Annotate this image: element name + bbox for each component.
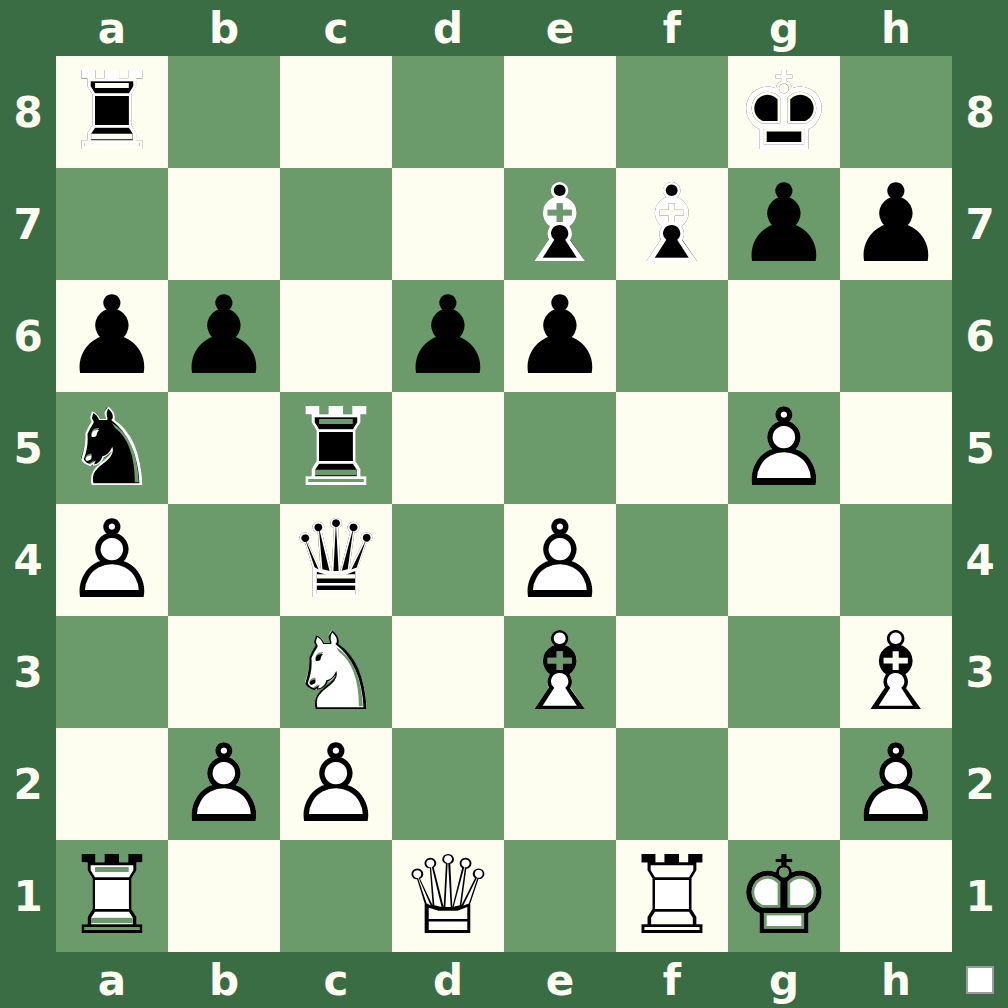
square-a7[interactable]: [56, 168, 168, 280]
file-label-h: h: [840, 0, 952, 56]
piece-glyph: ♗: [504, 168, 616, 280]
square-b2[interactable]: ♟♙: [168, 728, 280, 840]
rank-label-6: 6: [0, 280, 56, 392]
piece-glyph: ♟: [728, 168, 840, 280]
chess-board-frame: abcdefgh abcdefgh 87654321 87654321 ♜♖♚♔…: [0, 0, 1008, 1008]
white-pawn-e4[interactable]: ♟♙: [504, 504, 616, 616]
square-c4[interactable]: ♛♕: [280, 504, 392, 616]
black-rook-a8[interactable]: ♜♖: [56, 56, 168, 168]
square-e2[interactable]: [504, 728, 616, 840]
black-pawn-h7[interactable]: ♟: [840, 168, 952, 280]
black-pawn-d6[interactable]: ♟: [392, 280, 504, 392]
square-e5[interactable]: [504, 392, 616, 504]
rank-label-2: 2: [952, 728, 1008, 840]
square-e1[interactable]: [504, 840, 616, 952]
piece-glyph: ♟: [168, 280, 280, 392]
file-labels-top: abcdefgh: [56, 0, 952, 56]
piece-glyph: ♗: [504, 616, 616, 728]
square-d7[interactable]: [392, 168, 504, 280]
square-g7[interactable]: ♟: [728, 168, 840, 280]
white-rook-f1[interactable]: ♜♖: [616, 840, 728, 952]
piece-glyph: ♟: [56, 280, 168, 392]
rank-label-1: 1: [952, 840, 1008, 952]
square-b8[interactable]: [168, 56, 280, 168]
rank-labels-right: 87654321: [952, 56, 1008, 952]
piece-glyph: ♖: [280, 392, 392, 504]
square-c6[interactable]: [280, 280, 392, 392]
square-e6[interactable]: ♟: [504, 280, 616, 392]
square-h5[interactable]: [840, 392, 952, 504]
file-labels-bottom: abcdefgh: [56, 952, 952, 1008]
square-a3[interactable]: [56, 616, 168, 728]
rank-labels-left: 87654321: [0, 56, 56, 952]
rank-label-4: 4: [0, 504, 56, 616]
square-g2[interactable]: [728, 728, 840, 840]
rank-label-2: 2: [0, 728, 56, 840]
black-pawn-e6[interactable]: ♟: [504, 280, 616, 392]
square-d5[interactable]: [392, 392, 504, 504]
white-knight-c3[interactable]: ♞♘: [280, 616, 392, 728]
rank-label-6: 6: [952, 280, 1008, 392]
file-label-b: b: [168, 0, 280, 56]
white-to-move-indicator: [966, 966, 994, 994]
rank-label-8: 8: [952, 56, 1008, 168]
square-c3[interactable]: ♞♘: [280, 616, 392, 728]
piece-glyph: ♟: [504, 280, 616, 392]
square-h8[interactable]: [840, 56, 952, 168]
rank-label-8: 8: [0, 56, 56, 168]
piece-glyph: ♟: [392, 280, 504, 392]
file-label-d: d: [392, 952, 504, 1008]
square-g4[interactable]: [728, 504, 840, 616]
white-pawn-a4[interactable]: ♟♙: [56, 504, 168, 616]
file-label-f: f: [616, 952, 728, 1008]
black-pawn-g7[interactable]: ♟: [728, 168, 840, 280]
square-c2[interactable]: ♟♙: [280, 728, 392, 840]
piece-glyph: ♖: [616, 840, 728, 952]
white-rook-a1[interactable]: ♜♖: [56, 840, 168, 952]
rank-label-3: 3: [952, 616, 1008, 728]
piece-glyph: ♕: [280, 504, 392, 616]
file-label-b: b: [168, 952, 280, 1008]
square-c5[interactable]: ♜♖: [280, 392, 392, 504]
piece-glyph: ♖: [56, 56, 168, 168]
rank-label-7: 7: [952, 168, 1008, 280]
piece-glyph: ♙: [168, 728, 280, 840]
chess-board: ♜♖♚♔♝♗♝♗♟♟♟♟♟♟♞♘♜♖♟♙♟♙♛♕♟♙♞♘♝♗♝♗♟♙♟♙♟♙♜♖…: [56, 56, 952, 952]
square-b3[interactable]: [168, 616, 280, 728]
square-a2[interactable]: [56, 728, 168, 840]
square-h1[interactable]: [840, 840, 952, 952]
square-c8[interactable]: [280, 56, 392, 168]
black-knight-a5[interactable]: ♞♘: [56, 392, 168, 504]
white-pawn-b2[interactable]: ♟♙: [168, 728, 280, 840]
square-a4[interactable]: ♟♙: [56, 504, 168, 616]
file-label-c: c: [280, 952, 392, 1008]
square-d1[interactable]: ♛♕: [392, 840, 504, 952]
piece-glyph: ♙: [56, 504, 168, 616]
square-g1[interactable]: ♚♔: [728, 840, 840, 952]
square-g8[interactable]: ♚♔: [728, 56, 840, 168]
square-b7[interactable]: [168, 168, 280, 280]
file-label-h: h: [840, 952, 952, 1008]
rank-label-5: 5: [952, 392, 1008, 504]
square-f2[interactable]: [616, 728, 728, 840]
piece-glyph: ♙: [840, 728, 952, 840]
white-pawn-c2[interactable]: ♟♙: [280, 728, 392, 840]
square-b6[interactable]: ♟: [168, 280, 280, 392]
black-rook-c5[interactable]: ♜♖: [280, 392, 392, 504]
piece-glyph: ♟: [840, 168, 952, 280]
square-d6[interactable]: ♟: [392, 280, 504, 392]
square-d2[interactable]: [392, 728, 504, 840]
square-g5[interactable]: ♟♙: [728, 392, 840, 504]
square-b4[interactable]: [168, 504, 280, 616]
rank-label-1: 1: [0, 840, 56, 952]
file-label-e: e: [504, 0, 616, 56]
file-label-g: g: [728, 952, 840, 1008]
piece-glyph: ♖: [56, 840, 168, 952]
square-b1[interactable]: [168, 840, 280, 952]
rank-label-5: 5: [0, 392, 56, 504]
square-c1[interactable]: [280, 840, 392, 952]
white-king-g1[interactable]: ♚♔: [728, 840, 840, 952]
square-g6[interactable]: [728, 280, 840, 392]
black-bishop-f7[interactable]: ♝♗: [616, 168, 728, 280]
square-f6[interactable]: [616, 280, 728, 392]
black-pawn-b6[interactable]: ♟: [168, 280, 280, 392]
square-a5[interactable]: ♞♘: [56, 392, 168, 504]
piece-glyph: ♔: [728, 56, 840, 168]
white-bishop-e3[interactable]: ♝♗: [504, 616, 616, 728]
piece-glyph: ♗: [616, 168, 728, 280]
square-a6[interactable]: ♟: [56, 280, 168, 392]
white-pawn-g5[interactable]: ♟♙: [728, 392, 840, 504]
square-f4[interactable]: [616, 504, 728, 616]
square-d8[interactable]: [392, 56, 504, 168]
square-h4[interactable]: [840, 504, 952, 616]
square-h7[interactable]: ♟: [840, 168, 952, 280]
square-b5[interactable]: [168, 392, 280, 504]
square-e7[interactable]: ♝♗: [504, 168, 616, 280]
piece-glyph: ♙: [280, 728, 392, 840]
piece-glyph: ♘: [280, 616, 392, 728]
square-e8[interactable]: [504, 56, 616, 168]
white-queen-d1[interactable]: ♛♕: [392, 840, 504, 952]
square-f8[interactable]: [616, 56, 728, 168]
black-pawn-a6[interactable]: ♟: [56, 280, 168, 392]
square-d4[interactable]: [392, 504, 504, 616]
file-label-c: c: [280, 0, 392, 56]
rank-label-3: 3: [0, 616, 56, 728]
piece-glyph: ♘: [56, 392, 168, 504]
square-h3[interactable]: ♝♗: [840, 616, 952, 728]
piece-glyph: ♗: [840, 616, 952, 728]
square-g3[interactable]: [728, 616, 840, 728]
black-king-g8[interactable]: ♚♔: [728, 56, 840, 168]
square-d3[interactable]: [392, 616, 504, 728]
piece-glyph: ♙: [728, 392, 840, 504]
file-label-d: d: [392, 0, 504, 56]
square-a8[interactable]: ♜♖: [56, 56, 168, 168]
rank-label-4: 4: [952, 504, 1008, 616]
square-f3[interactable]: [616, 616, 728, 728]
file-label-a: a: [56, 952, 168, 1008]
square-a1[interactable]: ♜♖: [56, 840, 168, 952]
black-queen-c4[interactable]: ♛♕: [280, 504, 392, 616]
square-h2[interactable]: ♟♙: [840, 728, 952, 840]
file-label-g: g: [728, 0, 840, 56]
square-f1[interactable]: ♜♖: [616, 840, 728, 952]
piece-glyph: ♙: [504, 504, 616, 616]
file-label-e: e: [504, 952, 616, 1008]
square-e4[interactable]: ♟♙: [504, 504, 616, 616]
piece-glyph: ♔: [728, 840, 840, 952]
piece-glyph: ♕: [392, 840, 504, 952]
rank-label-7: 7: [0, 168, 56, 280]
square-c7[interactable]: [280, 168, 392, 280]
white-pawn-h2[interactable]: ♟♙: [840, 728, 952, 840]
file-label-a: a: [56, 0, 168, 56]
square-f7[interactable]: ♝♗: [616, 168, 728, 280]
file-label-f: f: [616, 0, 728, 56]
square-e3[interactable]: ♝♗: [504, 616, 616, 728]
white-bishop-h3[interactable]: ♝♗: [840, 616, 952, 728]
square-h6[interactable]: [840, 280, 952, 392]
square-f5[interactable]: [616, 392, 728, 504]
black-bishop-e7[interactable]: ♝♗: [504, 168, 616, 280]
